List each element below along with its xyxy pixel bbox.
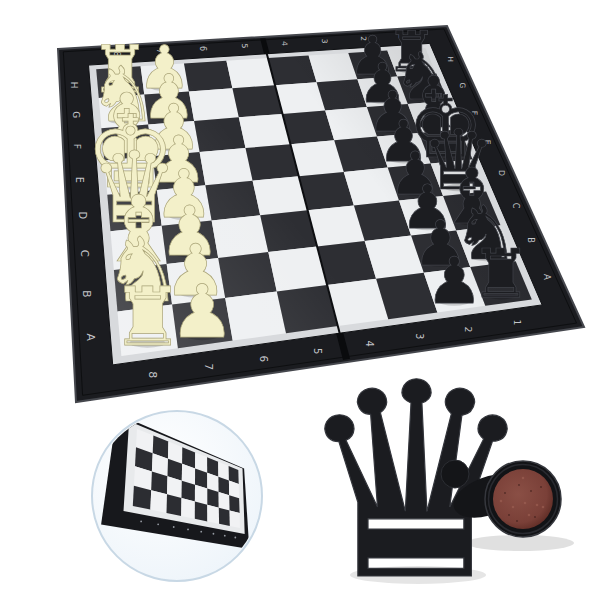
felt-speckle	[516, 520, 518, 522]
felt-speckle	[508, 514, 510, 516]
black-pawn-a2: ♟	[426, 243, 484, 318]
felt-speckle	[500, 500, 503, 503]
rank-label-top-4: 4	[280, 41, 289, 46]
file-label-left-F: F	[72, 144, 83, 149]
rank-label-top-6: 6	[198, 46, 207, 51]
inset-square	[181, 498, 195, 519]
product-photo: HHGGFFEEDDCCBBAA8877665544332211♜♟♟♜♞♟♟♞…	[0, 0, 600, 600]
inset-square	[167, 494, 182, 516]
rank-label-top-3: 3	[320, 39, 329, 44]
inset-folded-board	[92, 411, 262, 581]
inset-frame-tick	[224, 535, 226, 537]
felt-speckle	[540, 486, 542, 488]
file-label-left-H: H	[69, 82, 79, 89]
lying-piece-finial	[441, 460, 469, 488]
inset-frame-tick	[213, 533, 215, 535]
file-label-left-B: B	[81, 290, 93, 297]
rank-label-bottom-7: 7	[202, 363, 215, 370]
inset-frame-tick	[187, 529, 189, 531]
inset-black-queen: ♛	[295, 325, 537, 600]
rank-label-bottom-8: 8	[146, 371, 159, 378]
inset-square	[195, 502, 208, 522]
file-label-left-D: D	[77, 212, 88, 220]
felt-speckle	[530, 490, 532, 492]
inset-pieces-closeup: ♛	[295, 325, 574, 600]
white-rook-a8: ♜	[111, 270, 184, 364]
felt-speckle	[534, 516, 536, 518]
felt-speckle	[542, 506, 545, 509]
felt-speckle	[536, 504, 539, 507]
inset-frame-tick	[140, 521, 142, 523]
file-label-left-A: A	[84, 333, 97, 341]
inset-square	[207, 505, 219, 524]
rank-label-top-5: 5	[240, 44, 249, 49]
felt-speckle	[524, 502, 527, 505]
felt-speckle	[522, 477, 525, 480]
felt-speckle	[528, 514, 531, 517]
felt-speckle	[504, 492, 506, 494]
inset-frame-tick	[200, 531, 202, 533]
rank-label-bottom-6: 6	[258, 355, 270, 362]
file-label-left-C: C	[79, 250, 90, 257]
file-label-left-G: G	[71, 111, 81, 118]
inset-frame-tick	[173, 526, 175, 528]
felt-speckle	[518, 484, 520, 486]
inset-square	[230, 511, 240, 529]
file-label-right-A: A	[542, 274, 552, 280]
felt-speckle	[512, 506, 515, 509]
inset-square	[219, 508, 230, 526]
inset-frame-tick	[157, 523, 159, 525]
inset-frame-tick	[234, 537, 236, 539]
file-label-left-E: E	[74, 177, 85, 183]
chess-set-scene: HHGGFFEEDDCCBBAA8877665544332211♜♟♟♜♞♟♟♞…	[0, 0, 600, 600]
